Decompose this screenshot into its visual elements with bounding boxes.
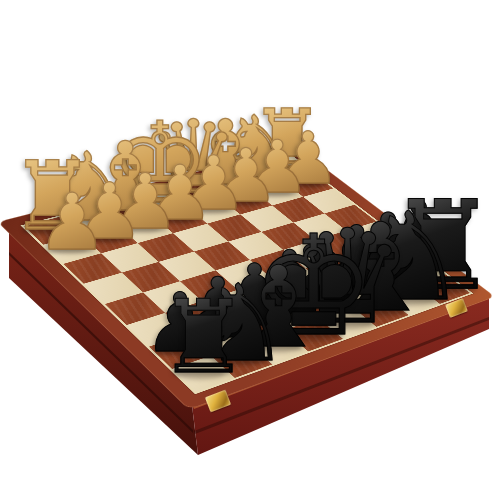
chess-set-photo: ♜♞♝♚♛♝♞♜♟♟♟♟♟♟♟♟♟♟♟♟♟♟♟♟♜♞♝♚♛♝♞♜	[0, 0, 500, 500]
